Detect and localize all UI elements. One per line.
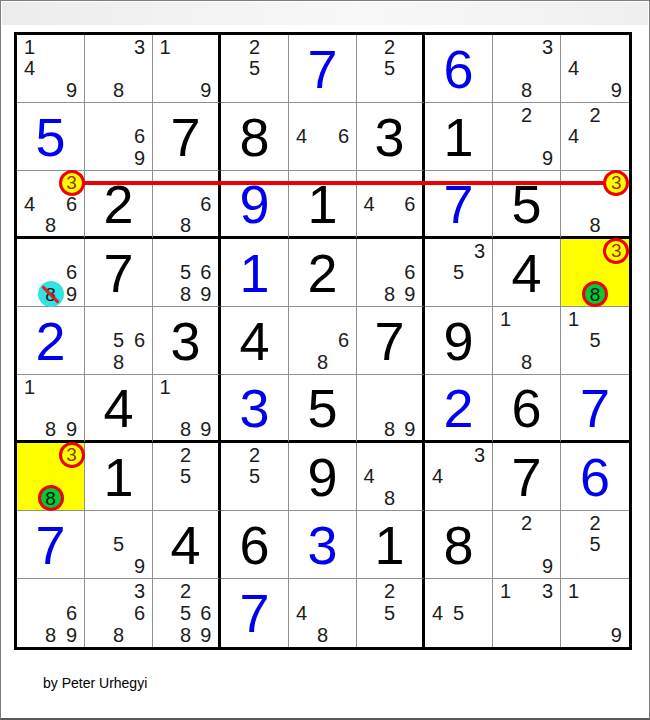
candidate-grid: 25689	[155, 580, 216, 646]
candidate-8: 8	[40, 418, 61, 439]
candidate-2: 2	[379, 36, 399, 58]
cell-value: 4	[493, 239, 560, 306]
cell-r4c8[interactable]: 4	[493, 239, 561, 307]
cell-r7c7[interactable]: 34	[425, 443, 493, 511]
cell-r5c1[interactable]: 2	[17, 307, 85, 375]
cell-r4c3[interactable]: 5689	[153, 239, 221, 307]
candidate-6: 6	[129, 602, 150, 624]
circled-candidate-8: 8	[38, 281, 64, 307]
circled-candidate-3: 3	[59, 170, 85, 196]
cell-r5c5[interactable]: 68	[289, 307, 357, 375]
candidate-grid: 35	[427, 240, 490, 305]
candidate-8: 8	[40, 214, 61, 235]
title-bar	[2, 2, 648, 25]
candidate-2: 2	[584, 512, 605, 534]
candidate-grid: 25	[359, 36, 420, 101]
cell-value: 3	[221, 375, 288, 440]
candidate-8: 8	[175, 418, 195, 439]
cell-r6c6[interactable]: 89	[357, 375, 425, 443]
cell-r8c1[interactable]: 7	[17, 511, 85, 579]
candidate-8: 8	[379, 418, 399, 439]
candidate-grid: 25	[223, 444, 286, 509]
candidate-8: 8	[379, 283, 399, 305]
candidate-9: 9	[606, 79, 627, 101]
candidate-grid: 38	[19, 444, 82, 509]
candidate-6: 6	[400, 193, 420, 214]
candidate-grid: 49	[563, 36, 627, 101]
cell-r8c4[interactable]: 6	[221, 511, 289, 579]
candidate-6: 6	[333, 330, 354, 352]
cell-r4c4[interactable]: 1	[221, 239, 289, 307]
cell-r7c9[interactable]: 6	[561, 443, 629, 511]
candidate-6: 6	[129, 330, 150, 352]
candidate-3: 3	[129, 580, 150, 602]
cell-r9c3[interactable]: 25689	[153, 579, 221, 647]
candidate-5: 5	[175, 466, 195, 488]
candidate-4: 4	[563, 126, 584, 148]
candidate-6: 6	[196, 602, 216, 624]
cell-r1c8[interactable]: 38	[493, 35, 561, 103]
cell-r9c5[interactable]: 48	[289, 579, 357, 647]
cell-r6c4[interactable]: 3	[221, 375, 289, 443]
candidate-grid: 19	[563, 580, 627, 646]
cell-r2c3[interactable]: 7	[153, 103, 221, 171]
cell-value: 5	[17, 103, 84, 170]
candidate-grid: 3468	[19, 172, 82, 235]
candidate-grid: 25	[155, 444, 216, 509]
cell-value: 7	[153, 103, 218, 170]
candidate-grid: 48	[291, 580, 354, 646]
cell-value: 2	[289, 239, 356, 306]
cell-r2c9[interactable]: 24	[561, 103, 629, 171]
candidate-8: 8	[108, 351, 129, 373]
candidate-grid: 38	[87, 36, 150, 101]
candidate-5: 5	[244, 58, 265, 80]
candidate-grid: 29	[495, 512, 558, 577]
candidate-grid: 69	[87, 104, 150, 169]
candidate-8: 8	[584, 214, 605, 235]
candidate-grid: 25	[359, 580, 420, 646]
candidate-9: 9	[196, 283, 216, 305]
cell-r7c5[interactable]: 9	[289, 443, 357, 511]
cell-r1c6[interactable]: 25	[357, 35, 425, 103]
candidate-grid: 25	[563, 512, 627, 577]
candidate-4: 4	[291, 602, 312, 624]
cell-value: 1	[425, 103, 492, 170]
candidate-grid: 25	[223, 36, 286, 101]
candidate-6: 6	[61, 193, 82, 214]
cell-r2c6[interactable]: 3	[357, 103, 425, 171]
candidate-2: 2	[584, 104, 605, 126]
cell-r7c1[interactable]: 38	[17, 443, 85, 511]
cell-r9c9[interactable]: 19	[561, 579, 629, 647]
candidate-grid: 13	[495, 580, 558, 646]
candidate-5: 5	[175, 602, 195, 624]
candidate-8: 8	[379, 487, 399, 509]
candidate-3: 3	[537, 36, 558, 58]
candidate-2: 2	[244, 444, 265, 466]
candidate-4: 4	[563, 58, 584, 80]
cell-r4c2[interactable]: 7	[85, 239, 153, 307]
circled-candidate-8: 8	[582, 281, 608, 307]
candidate-5: 5	[448, 262, 469, 284]
candidate-6: 6	[400, 262, 420, 284]
cell-value: 7	[221, 579, 288, 647]
candidate-9: 9	[61, 418, 82, 439]
cell-r6c7[interactable]: 2	[425, 375, 493, 443]
candidate-9: 9	[196, 79, 216, 101]
circled-candidate-3: 3	[59, 442, 85, 468]
candidate-9: 9	[537, 555, 558, 577]
candidate-9: 9	[537, 147, 558, 169]
candidate-2: 2	[244, 36, 265, 58]
cell-r7c4[interactable]: 25	[221, 443, 289, 511]
candidate-grid: 89	[359, 376, 420, 439]
cell-value: 1	[85, 443, 152, 510]
cell-r8c8[interactable]: 29	[493, 511, 561, 579]
cell-r2c7[interactable]: 1	[425, 103, 493, 171]
cell-value: 3	[357, 103, 422, 170]
candidate-3: 3	[129, 36, 150, 58]
candidate-grid: 46	[291, 104, 354, 169]
cell-value: 2	[17, 307, 84, 374]
candidate-6: 6	[333, 126, 354, 148]
cell-value: 1	[357, 511, 422, 578]
circled-candidate-3: 3	[603, 238, 629, 264]
cell-value: 6	[493, 375, 560, 440]
candidate-grid: 689	[19, 240, 82, 305]
candidate-9: 9	[61, 624, 82, 646]
candidate-grid: 368	[87, 580, 150, 646]
cell-value: 8	[425, 511, 492, 578]
cell-value: 5	[289, 375, 356, 440]
cell-r1c1[interactable]: 149	[17, 35, 85, 103]
cell-r8c3[interactable]: 4	[153, 511, 221, 579]
cell-value: 7	[561, 375, 629, 440]
cell-r9c7[interactable]: 45	[425, 579, 493, 647]
candidate-grid: 689	[19, 580, 82, 646]
candidate-grid: 48	[359, 444, 420, 509]
candidate-5: 5	[448, 602, 469, 624]
cell-value: 3	[289, 511, 356, 578]
candidate-6: 6	[196, 193, 216, 214]
candidate-grid: 189	[19, 376, 82, 439]
cell-r5c3[interactable]: 3	[153, 307, 221, 375]
candidate-1: 1	[19, 36, 40, 58]
candidate-9: 9	[129, 147, 150, 169]
cell-value: 7	[357, 307, 422, 374]
cell-r8c6[interactable]: 1	[357, 511, 425, 579]
candidate-8: 8	[516, 79, 537, 101]
cell-r9c2[interactable]: 368	[85, 579, 153, 647]
candidate-1: 1	[495, 308, 516, 330]
cell-r5c8[interactable]: 18	[493, 307, 561, 375]
cell-value: 6	[561, 443, 629, 510]
candidate-2: 2	[379, 580, 399, 602]
cell-value: 9	[425, 307, 492, 374]
cell-value: 8	[221, 103, 288, 170]
cell-r1c9[interactable]: 49	[561, 35, 629, 103]
candidate-grid: 38	[563, 240, 627, 305]
candidate-grid: 689	[359, 240, 420, 305]
cell-r4c6[interactable]: 689	[357, 239, 425, 307]
cell-r8c9[interactable]: 25	[561, 511, 629, 579]
candidate-5: 5	[175, 262, 195, 284]
candidate-3: 3	[469, 240, 490, 262]
candidate-9: 9	[129, 555, 150, 577]
candidate-8: 8	[175, 214, 195, 235]
cell-r4c1[interactable]: 689	[17, 239, 85, 307]
cell-value: 2	[425, 375, 492, 440]
candidate-4: 4	[427, 466, 448, 488]
candidate-1: 1	[563, 580, 584, 602]
candidate-grid: 15	[563, 308, 627, 373]
candidate-8: 8	[312, 351, 333, 373]
circled-candidate-8: 8	[38, 485, 64, 511]
candidate-8: 8	[108, 79, 129, 101]
candidate-9: 9	[61, 79, 82, 101]
cell-r8c2[interactable]: 59	[85, 511, 153, 579]
cell-value: 4	[153, 511, 218, 578]
candidate-9: 9	[61, 283, 82, 305]
candidate-2: 2	[175, 444, 195, 466]
candidate-8: 8	[108, 624, 129, 646]
author-credit: by Peter Urhegyi	[43, 675, 147, 691]
candidate-grid: 18	[495, 308, 558, 373]
candidate-8: 8	[312, 624, 333, 646]
cell-value: 3	[153, 307, 218, 374]
cell-r5c4[interactable]: 4	[221, 307, 289, 375]
candidate-6: 6	[61, 602, 82, 624]
cell-r9c8[interactable]: 13	[493, 579, 561, 647]
cell-r1c2[interactable]: 38	[85, 35, 153, 103]
candidate-2: 2	[516, 104, 537, 126]
candidate-1: 1	[155, 36, 175, 58]
candidate-3: 3	[537, 580, 558, 602]
window: 1493819257256384956978463129243468268914…	[0, 0, 650, 720]
cell-r2c5[interactable]: 46	[289, 103, 357, 171]
cell-r1c7[interactable]: 6	[425, 35, 493, 103]
candidate-2: 2	[175, 580, 195, 602]
cell-r5c6[interactable]: 7	[357, 307, 425, 375]
candidate-4: 4	[291, 126, 312, 148]
candidate-5: 5	[379, 602, 399, 624]
cell-value: 4	[221, 307, 288, 374]
cell-r6c8[interactable]: 6	[493, 375, 561, 443]
candidate-4: 4	[427, 602, 448, 624]
cell-r3c1[interactable]: 3468	[17, 171, 85, 239]
candidate-grid: 568	[87, 308, 150, 373]
candidate-grid: 29	[495, 104, 558, 169]
candidate-5: 5	[584, 534, 605, 556]
cell-r6c2[interactable]: 4	[85, 375, 153, 443]
cell-r2c8[interactable]: 29	[493, 103, 561, 171]
cell-r5c9[interactable]: 15	[561, 307, 629, 375]
candidate-grid: 5689	[155, 240, 216, 305]
cell-r1c4[interactable]: 25	[221, 35, 289, 103]
candidate-4: 4	[359, 466, 379, 488]
candidate-grid: 189	[155, 376, 216, 439]
circled-candidate-3: 3	[603, 170, 629, 196]
cell-r7c8[interactable]: 7	[493, 443, 561, 511]
candidate-1: 1	[19, 376, 40, 397]
candidate-8: 8	[175, 624, 195, 646]
cell-value: 1	[221, 239, 288, 306]
cell-r6c1[interactable]: 189	[17, 375, 85, 443]
cell-r6c9[interactable]: 7	[561, 375, 629, 443]
cell-r2c2[interactable]: 69	[85, 103, 153, 171]
cell-r7c3[interactable]: 25	[153, 443, 221, 511]
candidate-grid: 24	[563, 104, 627, 169]
candidate-9: 9	[400, 418, 420, 439]
cell-r4c9[interactable]: 38	[561, 239, 629, 307]
candidate-grid: 19	[155, 36, 216, 101]
candidate-9: 9	[400, 283, 420, 305]
cell-r2c1[interactable]: 5	[17, 103, 85, 171]
cell-value: 6	[425, 35, 492, 102]
sudoku-board: 1493819257256384956978463129243468268914…	[14, 32, 632, 650]
cell-r1c5[interactable]: 7	[289, 35, 357, 103]
cell-r8c7[interactable]: 8	[425, 511, 493, 579]
candidate-1: 1	[155, 376, 175, 397]
candidate-9: 9	[606, 624, 627, 646]
candidate-5: 5	[108, 330, 129, 352]
candidate-4: 4	[359, 193, 379, 214]
candidate-6: 6	[61, 262, 82, 284]
candidate-8: 8	[40, 624, 61, 646]
candidate-grid: 59	[87, 512, 150, 577]
candidate-grid: 45	[427, 580, 490, 646]
cell-value: 7	[289, 35, 356, 102]
candidate-4: 4	[19, 58, 40, 80]
cell-value: 4	[85, 375, 152, 440]
cell-r9c4[interactable]: 7	[221, 579, 289, 647]
cell-value: 9	[289, 443, 356, 510]
cell-r9c6[interactable]: 25	[357, 579, 425, 647]
candidate-6: 6	[129, 126, 150, 148]
cell-r1c3[interactable]: 19	[153, 35, 221, 103]
cell-r7c2[interactable]: 1	[85, 443, 153, 511]
candidate-grid: 34	[427, 444, 490, 509]
candidate-5: 5	[379, 58, 399, 80]
candidate-5: 5	[244, 466, 265, 488]
cell-r5c2[interactable]: 568	[85, 307, 153, 375]
candidate-5: 5	[584, 330, 605, 352]
cell-value: 7	[85, 239, 152, 306]
candidate-6: 6	[196, 262, 216, 284]
candidate-4: 4	[19, 193, 40, 214]
candidate-3: 3	[469, 444, 490, 466]
candidate-8: 8	[175, 283, 195, 305]
candidate-2: 2	[516, 512, 537, 534]
cell-r9c1[interactable]: 689	[17, 579, 85, 647]
candidate-grid: 68	[291, 308, 354, 373]
cell-value: 7	[493, 443, 560, 510]
candidate-5: 5	[108, 534, 129, 556]
candidate-1: 1	[563, 308, 584, 330]
candidate-9: 9	[196, 624, 216, 646]
cell-r4c7[interactable]: 35	[425, 239, 493, 307]
cell-r8c5[interactable]: 3	[289, 511, 357, 579]
cell-r6c5[interactable]: 5	[289, 375, 357, 443]
cell-value: 7	[17, 511, 84, 578]
candidate-grid: 38	[495, 36, 558, 101]
candidate-9: 9	[196, 418, 216, 439]
candidate-1: 1	[495, 580, 516, 602]
cell-r6c3[interactable]: 189	[153, 375, 221, 443]
cell-r5c7[interactable]: 9	[425, 307, 493, 375]
candidate-grid: 149	[19, 36, 82, 101]
candidate-8: 8	[516, 351, 537, 373]
cell-value: 6	[221, 511, 288, 578]
cell-r4c5[interactable]: 2	[289, 239, 357, 307]
chain-link-line	[72, 181, 616, 185]
cell-r2c4[interactable]: 8	[221, 103, 289, 171]
cell-r7c6[interactable]: 48	[357, 443, 425, 511]
